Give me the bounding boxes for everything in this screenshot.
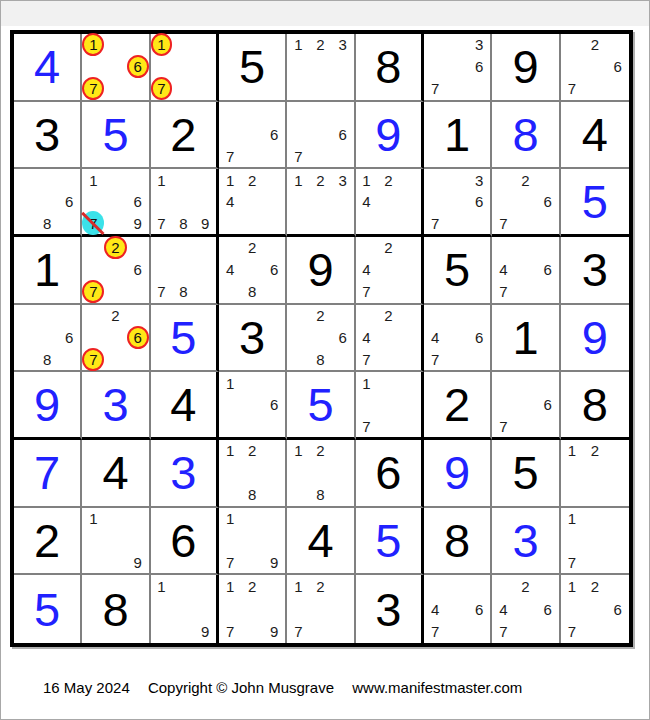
- given-digit: 6: [356, 440, 421, 506]
- candidate: 6: [127, 259, 149, 281]
- given-digit: 2: [151, 102, 216, 168]
- given-digit: 5: [424, 237, 490, 303]
- candidate-circled: 2: [104, 237, 126, 259]
- candidate: 2: [514, 575, 536, 598]
- cell-r5c6[interactable]: 247: [356, 305, 424, 373]
- cell-r2c5[interactable]: 67: [287, 102, 355, 170]
- candidate: 6: [468, 598, 490, 621]
- given-digit: 8: [561, 372, 629, 437]
- cell-r9c3[interactable]: 19: [151, 575, 219, 643]
- cell-r8c5[interactable]: 4: [287, 508, 355, 576]
- candidate: 1: [561, 440, 584, 462]
- candidate: 2: [241, 169, 263, 191]
- cell-r7c4[interactable]: 128: [219, 440, 287, 508]
- cell-r9c4[interactable]: 1279: [219, 575, 287, 643]
- candidate: 7: [561, 620, 584, 643]
- window-frame: 4167175123836792673526767918468167917891…: [0, 0, 650, 720]
- cell-r1c1[interactable]: 4: [14, 34, 82, 102]
- cell-r3c9[interactable]: 5: [561, 169, 629, 237]
- candidate: 6: [606, 56, 629, 78]
- candidate: 1: [356, 169, 378, 191]
- cell-r2c3[interactable]: 2: [151, 102, 219, 170]
- candidate: 4: [424, 327, 446, 349]
- cell-r5c8[interactable]: 1: [492, 305, 560, 373]
- candidate: 1: [82, 169, 104, 191]
- cell-r9c2[interactable]: 8: [82, 575, 150, 643]
- cell-r5c7[interactable]: 467: [424, 305, 492, 373]
- cell-r1c7[interactable]: 367: [424, 34, 492, 102]
- candidate-circled: 7: [82, 348, 104, 370]
- given-digit: 3: [219, 305, 285, 371]
- candidate: 1: [287, 34, 309, 56]
- candidate: 7: [356, 415, 378, 437]
- candidate: 6: [263, 394, 285, 416]
- given-digit: 9: [287, 237, 353, 303]
- candidate: 2: [241, 440, 263, 462]
- cell-r2c7[interactable]: 1: [424, 102, 492, 170]
- candidate: 8: [172, 212, 194, 234]
- candidate: 6: [58, 191, 80, 213]
- candidate: 7: [424, 620, 446, 643]
- candidate: 9: [263, 551, 285, 573]
- candidate: 7: [219, 145, 241, 167]
- candidate: 8: [36, 348, 58, 370]
- candidate: 1: [82, 508, 104, 530]
- given-digit: 4: [151, 372, 216, 437]
- cell-r6c5[interactable]: 5: [287, 372, 355, 440]
- solved-digit: 9: [561, 305, 629, 371]
- candidate-circled: 1: [151, 34, 173, 56]
- candidate: 2: [309, 34, 331, 56]
- candidate: 7: [151, 212, 173, 234]
- candidate: 4: [356, 191, 378, 213]
- solved-digit: 5: [287, 372, 353, 437]
- candidate: 1: [219, 372, 241, 394]
- sudoku-board: 4167175123836792673526767918468167917891…: [10, 30, 633, 647]
- candidate: 8: [309, 348, 331, 370]
- candidate: 9: [194, 212, 216, 234]
- given-digit: 8: [424, 508, 490, 574]
- candidate: 1: [287, 440, 309, 462]
- cell-r5c9[interactable]: 9: [561, 305, 629, 373]
- solved-digit: 3: [492, 508, 558, 574]
- solved-digit: 3: [82, 372, 148, 437]
- cell-r1c5[interactable]: 123: [287, 34, 355, 102]
- cell-r6c4[interactable]: 16: [219, 372, 287, 440]
- cell-r8c6[interactable]: 5: [356, 508, 424, 576]
- cell-r2c2[interactable]: 5: [82, 102, 150, 170]
- candidate: 2: [241, 575, 263, 598]
- cell-r4c3[interactable]: 78: [151, 237, 219, 305]
- cell-r1c8[interactable]: 9: [492, 34, 560, 102]
- candidate: 2: [309, 440, 331, 462]
- candidate: 7: [356, 281, 378, 303]
- candidate: 1: [151, 575, 173, 598]
- cell-r1c2[interactable]: 167: [82, 34, 150, 102]
- candidate: 6: [537, 191, 559, 213]
- solved-digit: 5: [151, 305, 216, 371]
- candidate: 8: [36, 212, 58, 234]
- given-digit: 6: [151, 508, 216, 574]
- cell-r2c9[interactable]: 4: [561, 102, 629, 170]
- candidate: 6: [468, 327, 490, 349]
- cell-r3c8[interactable]: 267: [492, 169, 560, 237]
- cell-r2c4[interactable]: 67: [219, 102, 287, 170]
- candidate: 7: [219, 620, 241, 643]
- candidate: 8: [309, 484, 331, 506]
- cell-r4c6[interactable]: 247: [356, 237, 424, 305]
- candidate: 4: [492, 598, 514, 621]
- cell-r9c9[interactable]: 1267: [561, 575, 629, 643]
- candidate: 7: [561, 78, 584, 100]
- cell-r3c3[interactable]: 1789: [151, 169, 219, 237]
- cell-r7c7[interactable]: 9: [424, 440, 492, 508]
- candidate: 6: [537, 598, 559, 621]
- candidate: 4: [424, 598, 446, 621]
- candidate: 2: [309, 169, 331, 191]
- candidate: 6: [332, 327, 354, 349]
- candidate: 7: [492, 415, 514, 437]
- given-digit: 3: [561, 237, 629, 303]
- candidate: 2: [583, 575, 606, 598]
- candidate: 2: [241, 237, 263, 259]
- candidate: 7: [287, 145, 309, 167]
- candidate: 2: [377, 169, 399, 191]
- candidate: 6: [127, 191, 149, 213]
- solved-digit: 7: [14, 440, 80, 506]
- cell-r1c6[interactable]: 8: [356, 34, 424, 102]
- candidate: 9: [127, 212, 149, 234]
- solved-digit: 9: [356, 102, 421, 168]
- candidate: 2: [583, 440, 606, 462]
- candidate: 7: [424, 78, 446, 100]
- footer-copyright: Copyright © John Musgrave: [148, 679, 334, 696]
- candidate: 2: [377, 305, 399, 327]
- candidate: 1: [219, 169, 241, 191]
- solved-digit: 3: [151, 440, 216, 506]
- cell-r9c6[interactable]: 3: [356, 575, 424, 643]
- candidate-circled: 7: [82, 78, 104, 100]
- given-digit: 5: [219, 34, 285, 100]
- cell-r6c3[interactable]: 4: [151, 372, 219, 440]
- candidate: 1: [356, 372, 378, 394]
- cell-r8c4[interactable]: 179: [219, 508, 287, 576]
- solved-digit: 9: [424, 440, 490, 506]
- candidate: 1: [219, 440, 241, 462]
- candidate: 8: [241, 281, 263, 303]
- cell-r4c7[interactable]: 5: [424, 237, 492, 305]
- given-digit: 1: [492, 305, 558, 371]
- candidate: 7: [492, 212, 514, 234]
- candidate: 6: [606, 598, 629, 621]
- window-top-strip: [1, 1, 649, 26]
- candidate: 8: [241, 484, 263, 506]
- candidate: 6: [332, 124, 354, 146]
- footer-website: www.manifestmaster.com: [352, 679, 522, 696]
- candidate: 4: [219, 191, 241, 213]
- candidate: 2: [377, 237, 399, 259]
- candidate: 9: [194, 620, 216, 643]
- cell-r5c5[interactable]: 268: [287, 305, 355, 373]
- cell-r6c2[interactable]: 3: [82, 372, 150, 440]
- cell-r4c4[interactable]: 2468: [219, 237, 287, 305]
- given-digit: 1: [424, 102, 490, 168]
- candidate: 3: [468, 34, 490, 56]
- candidate-circled: 6: [127, 56, 149, 78]
- candidate: 9: [263, 620, 285, 643]
- solved-digit: 5: [561, 169, 629, 234]
- given-digit: 1: [14, 237, 80, 303]
- cell-r6c7[interactable]: 2: [424, 372, 492, 440]
- candidate: 6: [263, 259, 285, 281]
- candidate: 4: [356, 327, 378, 349]
- cell-r1c9[interactable]: 267: [561, 34, 629, 102]
- candidate: 4: [219, 259, 241, 281]
- candidate: 6: [263, 124, 285, 146]
- candidate: 2: [104, 305, 126, 327]
- cell-r9c8[interactable]: 2467: [492, 575, 560, 643]
- candidate: 7: [424, 348, 446, 370]
- cell-r6c8[interactable]: 67: [492, 372, 560, 440]
- candidate-eliminated: 7: [82, 212, 104, 234]
- cell-r9c5[interactable]: 127: [287, 575, 355, 643]
- cell-r6c6[interactable]: 17: [356, 372, 424, 440]
- solved-digit: 4: [14, 34, 80, 100]
- candidate: 6: [537, 394, 559, 416]
- candidate: 1: [219, 575, 241, 598]
- cell-r8c2[interactable]: 19: [82, 508, 150, 576]
- given-digit: 9: [492, 34, 558, 100]
- cell-r7c9[interactable]: 12: [561, 440, 629, 508]
- cell-r6c1[interactable]: 9: [14, 372, 82, 440]
- candidate: 7: [492, 281, 514, 303]
- footer: 16 May 2024 Copyright © John Musgrave ww…: [43, 679, 522, 696]
- cell-r4c5[interactable]: 9: [287, 237, 355, 305]
- candidate: 7: [356, 348, 378, 370]
- candidate: 4: [356, 259, 378, 281]
- cell-r1c4[interactable]: 5: [219, 34, 287, 102]
- cell-r3c7[interactable]: 367: [424, 169, 492, 237]
- cell-r2c8[interactable]: 8: [492, 102, 560, 170]
- candidate: 6: [537, 259, 559, 281]
- cell-r8c9[interactable]: 17: [561, 508, 629, 576]
- cell-r6c9[interactable]: 8: [561, 372, 629, 440]
- solved-digit: 5: [82, 102, 148, 168]
- candidate: 1: [219, 508, 241, 530]
- candidate: 1: [561, 508, 584, 530]
- candidate-circled: 1: [82, 34, 104, 56]
- candidate-circled: 7: [82, 281, 104, 303]
- cell-r5c2[interactable]: 267: [82, 305, 150, 373]
- given-digit: 5: [492, 440, 558, 506]
- cell-r2c6[interactable]: 9: [356, 102, 424, 170]
- candidate-circled: 7: [151, 78, 173, 100]
- candidate: 1: [287, 575, 309, 598]
- candidate: 2: [514, 169, 536, 191]
- cell-r5c4[interactable]: 3: [219, 305, 287, 373]
- candidate: 6: [468, 191, 490, 213]
- candidate: 7: [492, 620, 514, 643]
- given-digit: 2: [14, 508, 80, 574]
- cell-r4c2[interactable]: 267: [82, 237, 150, 305]
- candidate: 7: [424, 212, 446, 234]
- cell-r7c6[interactable]: 6: [356, 440, 424, 508]
- solved-digit: 8: [492, 102, 558, 168]
- given-digit: 4: [561, 102, 629, 168]
- cell-r7c8[interactable]: 5: [492, 440, 560, 508]
- cell-r2c1[interactable]: 3: [14, 102, 82, 170]
- candidate-circled: 6: [127, 327, 149, 349]
- given-digit: 2: [424, 372, 490, 437]
- given-digit: 8: [356, 34, 421, 100]
- candidate: 7: [287, 620, 309, 643]
- cell-r4c9[interactable]: 3: [561, 237, 629, 305]
- cell-r3c4[interactable]: 124: [219, 169, 287, 237]
- candidate: 9: [127, 551, 149, 573]
- cell-r5c1[interactable]: 68: [14, 305, 82, 373]
- candidate: 1: [561, 575, 584, 598]
- given-digit: 8: [82, 575, 148, 643]
- candidate: 1: [151, 169, 173, 191]
- candidate: 2: [583, 34, 606, 56]
- cell-r8c7[interactable]: 8: [424, 508, 492, 576]
- given-digit: 4: [82, 440, 148, 506]
- candidate: 1: [287, 169, 309, 191]
- cell-r3c5[interactable]: 123: [287, 169, 355, 237]
- cell-r3c1[interactable]: 68: [14, 169, 82, 237]
- cell-r7c5[interactable]: 128: [287, 440, 355, 508]
- candidate: 3: [332, 169, 354, 191]
- cell-r9c1[interactable]: 5: [14, 575, 82, 643]
- footer-date: 16 May 2024: [43, 679, 130, 696]
- candidate: 3: [468, 169, 490, 191]
- cell-r5c3[interactable]: 5: [151, 305, 219, 373]
- cell-r7c2[interactable]: 4: [82, 440, 150, 508]
- cell-r8c1[interactable]: 2: [14, 508, 82, 576]
- given-digit: 3: [356, 575, 421, 643]
- candidate: 3: [332, 34, 354, 56]
- candidate: 2: [309, 305, 331, 327]
- cell-r4c1[interactable]: 1: [14, 237, 82, 305]
- cell-r8c8[interactable]: 3: [492, 508, 560, 576]
- cell-r9c7[interactable]: 467: [424, 575, 492, 643]
- candidate: 4: [492, 259, 514, 281]
- candidate: 7: [219, 551, 241, 573]
- cell-r1c3[interactable]: 17: [151, 34, 219, 102]
- solved-digit: 9: [14, 372, 80, 437]
- candidate: 6: [468, 56, 490, 78]
- cell-r7c1[interactable]: 7: [14, 440, 82, 508]
- cell-r3c2[interactable]: 1679: [82, 169, 150, 237]
- candidate: 8: [172, 281, 194, 303]
- cell-r4c8[interactable]: 467: [492, 237, 560, 305]
- given-digit: 3: [14, 102, 80, 168]
- given-digit: 4: [287, 508, 353, 574]
- cell-r8c3[interactable]: 6: [151, 508, 219, 576]
- candidate: 7: [151, 281, 173, 303]
- candidate: 6: [58, 327, 80, 349]
- solved-digit: 5: [14, 575, 80, 643]
- cell-r7c3[interactable]: 3: [151, 440, 219, 508]
- candidate: 7: [561, 551, 584, 573]
- cell-r3c6[interactable]: 124: [356, 169, 424, 237]
- candidate: 2: [309, 575, 331, 598]
- solved-digit: 5: [356, 508, 421, 574]
